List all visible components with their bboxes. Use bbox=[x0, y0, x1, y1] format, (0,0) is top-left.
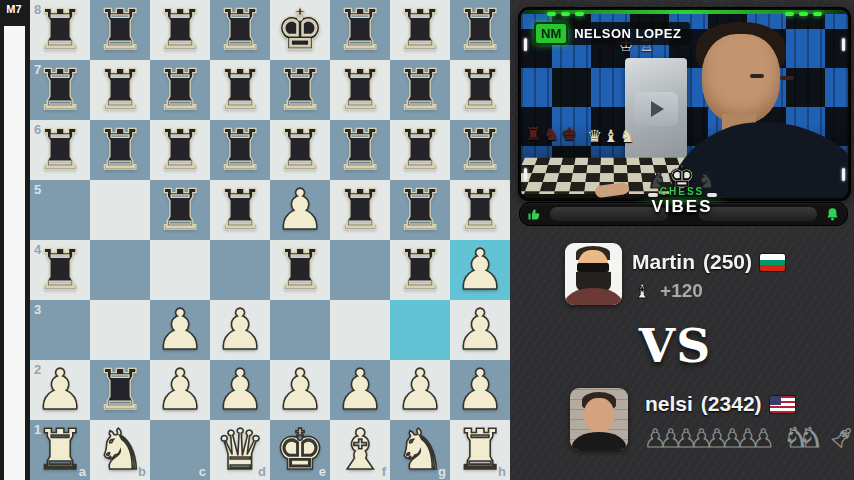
black-rook-a8[interactable]: ♜ bbox=[35, 2, 85, 58]
white-pawn-h4[interactable]: ♟ bbox=[455, 242, 505, 298]
square-e5[interactable]: ♟ bbox=[270, 180, 330, 240]
black-rook-h5[interactable]: ♜ bbox=[455, 182, 505, 238]
streamer-face bbox=[702, 34, 780, 124]
player-top-name: Martin bbox=[632, 250, 695, 274]
rank-label-8: 8 bbox=[34, 3, 41, 16]
square-d8[interactable]: ♜ bbox=[210, 0, 270, 60]
white-pawn-d2[interactable]: ♟ bbox=[215, 362, 265, 418]
avatar-martin bbox=[565, 243, 622, 305]
square-h4[interactable]: ♟ bbox=[450, 240, 510, 300]
square-h2[interactable]: ♟ bbox=[450, 360, 510, 420]
green-dash-icon bbox=[799, 12, 808, 16]
white-pawn-c3[interactable]: ♟ bbox=[155, 302, 205, 358]
player-top-name-row: Martin (250) bbox=[632, 250, 785, 274]
app: M7 8♜♜♜♜♚♜♜♜7♜♜♜♜♜♜♜♜6♜♜♜♜♜♜♜♜5♜♜♟♜♜♜4♜♜… bbox=[0, 0, 854, 480]
square-a2[interactable]: 2♟ bbox=[30, 360, 90, 420]
square-d5[interactable]: ♜ bbox=[210, 180, 270, 240]
file-label-e: e bbox=[319, 465, 326, 478]
black-rook-d6[interactable]: ♜ bbox=[215, 122, 265, 178]
black-rook-e6[interactable]: ♜ bbox=[275, 122, 325, 178]
logo-text-chess: CHESS bbox=[510, 187, 854, 197]
rank-label-5: 5 bbox=[34, 183, 41, 196]
black-rook-b2[interactable]: ♜ bbox=[95, 362, 145, 418]
square-f6[interactable]: ♜ bbox=[330, 120, 390, 180]
square-f4[interactable] bbox=[330, 240, 390, 300]
rank-label-1: 1 bbox=[34, 423, 41, 436]
captured-bishop-group: ♝ bbox=[830, 425, 853, 451]
chess-vibes-logo: ♞ ♚ ♞ CHESS VIBES bbox=[510, 160, 854, 215]
streamer-name: NELSON LOPEZ bbox=[565, 22, 690, 45]
player-top-material-row: ♝ +120 bbox=[634, 280, 703, 302]
file-label-f: f bbox=[382, 465, 386, 478]
black-rook-g6[interactable]: ♜ bbox=[395, 122, 445, 178]
square-c6[interactable]: ♜ bbox=[150, 120, 210, 180]
captured-pieces: ♟♟♟♟♟♟♟♟♞♞♝ bbox=[644, 424, 853, 451]
youtube-play-button-plaque bbox=[625, 58, 687, 164]
square-d7[interactable]: ♜ bbox=[210, 60, 270, 120]
black-rook-f6[interactable]: ♜ bbox=[335, 122, 385, 178]
black-rook-d5[interactable]: ♜ bbox=[215, 182, 265, 238]
file-label-d: d bbox=[258, 465, 266, 478]
square-e3[interactable] bbox=[270, 300, 330, 360]
square-b4[interactable] bbox=[90, 240, 150, 300]
square-a7[interactable]: 7♜ bbox=[30, 60, 90, 120]
chess-board[interactable]: 8♜♜♜♜♚♜♜♜7♜♜♜♜♜♜♜♜6♜♜♜♜♜♜♜♜5♜♜♟♜♜♜4♜♜♜♟3… bbox=[30, 0, 510, 480]
white-pawn-e2[interactable]: ♟ bbox=[275, 362, 325, 418]
square-g8[interactable]: ♜ bbox=[390, 0, 450, 60]
rank-label-4: 4 bbox=[34, 243, 41, 256]
white-pawn-h2[interactable]: ♟ bbox=[455, 362, 505, 418]
square-h8[interactable]: ♜ bbox=[450, 0, 510, 60]
square-a6[interactable]: 6♜ bbox=[30, 120, 90, 180]
white-pawn-h3[interactable]: ♟ bbox=[455, 302, 505, 358]
stream-panel: ♔♖ ♜♞♚ ♛♝♞ bbox=[510, 0, 854, 480]
black-rook-h8[interactable]: ♜ bbox=[455, 2, 505, 58]
square-h5[interactable]: ♜ bbox=[450, 180, 510, 240]
square-d4[interactable] bbox=[210, 240, 270, 300]
bulgaria-flag-icon bbox=[760, 254, 785, 271]
square-g4[interactable]: ♜ bbox=[390, 240, 450, 300]
black-rook-d8[interactable]: ♜ bbox=[215, 2, 265, 58]
square-e4[interactable]: ♜ bbox=[270, 240, 330, 300]
square-f7[interactable]: ♜ bbox=[330, 60, 390, 120]
vs-label: VS bbox=[510, 318, 840, 373]
sunglasses-icon bbox=[577, 263, 609, 272]
black-rook-g4[interactable]: ♜ bbox=[395, 242, 445, 298]
square-f2[interactable]: ♟ bbox=[330, 360, 390, 420]
square-e7[interactable]: ♜ bbox=[270, 60, 330, 120]
black-king-e8[interactable]: ♚ bbox=[275, 2, 325, 58]
black-rook-f7[interactable]: ♜ bbox=[335, 62, 385, 118]
square-e8[interactable]: ♚ bbox=[270, 0, 330, 60]
black-rook-c6[interactable]: ♜ bbox=[155, 122, 205, 178]
square-e1[interactable]: e♚ bbox=[270, 420, 330, 480]
black-rook-c5[interactable]: ♜ bbox=[155, 182, 205, 238]
square-a4[interactable]: 4♜ bbox=[30, 240, 90, 300]
square-h1[interactable]: h♜ bbox=[450, 420, 510, 480]
green-dash-icon bbox=[547, 12, 556, 16]
eval-bar: M7 bbox=[0, 0, 30, 480]
square-a1[interactable]: 1a♜ bbox=[30, 420, 90, 480]
black-rook-b6[interactable]: ♜ bbox=[95, 122, 145, 178]
square-g7[interactable]: ♜ bbox=[390, 60, 450, 120]
nm-title-badge: NM bbox=[534, 22, 568, 45]
black-rook-c7[interactable]: ♜ bbox=[155, 62, 205, 118]
white-king-e1[interactable]: ♚ bbox=[275, 422, 325, 478]
square-f3[interactable] bbox=[330, 300, 390, 360]
green-dash-icon bbox=[561, 12, 570, 16]
square-c5[interactable]: ♜ bbox=[150, 180, 210, 240]
white-pawn-f2[interactable]: ♟ bbox=[335, 362, 385, 418]
green-dash-icon bbox=[575, 12, 584, 16]
black-rook-h7[interactable]: ♜ bbox=[455, 62, 505, 118]
frame-tick-icon bbox=[842, 38, 845, 51]
captured-pawn-icon: ♟ bbox=[752, 426, 774, 451]
square-c8[interactable]: ♜ bbox=[150, 0, 210, 60]
file-label-g: g bbox=[438, 465, 446, 478]
square-a5[interactable]: 5 bbox=[30, 180, 90, 240]
white-pawn-c2[interactable]: ♟ bbox=[155, 362, 205, 418]
logo-text-vibes: VIBES bbox=[510, 198, 854, 215]
black-rook-f8[interactable]: ♜ bbox=[335, 2, 385, 58]
usa-flag-icon bbox=[770, 396, 795, 413]
streamer-eyes bbox=[750, 74, 764, 78]
square-c4[interactable] bbox=[150, 240, 210, 300]
black-rook-e4[interactable]: ♜ bbox=[275, 242, 325, 298]
square-h3[interactable]: ♟ bbox=[450, 300, 510, 360]
black-rook-c8[interactable]: ♜ bbox=[155, 2, 205, 58]
square-c1[interactable]: c bbox=[150, 420, 210, 480]
square-f1[interactable]: f♝ bbox=[330, 420, 390, 480]
square-a8[interactable]: 8♜ bbox=[30, 0, 90, 60]
file-label-b: b bbox=[138, 465, 146, 478]
white-pawn-a2[interactable]: ♟ bbox=[35, 362, 85, 418]
black-rook-d7[interactable]: ♜ bbox=[215, 62, 265, 118]
black-rook-b7[interactable]: ♜ bbox=[95, 62, 145, 118]
bishop-icon: ♝ bbox=[634, 282, 651, 301]
square-f5[interactable]: ♜ bbox=[330, 180, 390, 240]
eval-label: M7 bbox=[0, 3, 28, 15]
captured-bishop-icon: ♝ bbox=[825, 419, 854, 454]
black-rook-a6[interactable]: ♜ bbox=[35, 122, 85, 178]
black-rook-b8[interactable]: ♜ bbox=[95, 2, 145, 58]
player-top-rating: (250) bbox=[703, 250, 752, 274]
rank-label-2: 2 bbox=[34, 363, 41, 376]
avatar-face bbox=[584, 398, 614, 432]
physical-light-pieces: ♛♝♞ bbox=[587, 126, 636, 146]
white-rook-a1[interactable]: ♜ bbox=[35, 422, 85, 478]
square-g3[interactable] bbox=[390, 300, 450, 360]
file-label-h: h bbox=[498, 465, 506, 478]
file-label-c: c bbox=[199, 465, 206, 478]
play-triangle-icon bbox=[651, 101, 664, 117]
square-d6[interactable]: ♜ bbox=[210, 120, 270, 180]
knight-icon: ♞ bbox=[647, 170, 667, 192]
play-button-icon bbox=[634, 92, 678, 126]
black-rook-g7[interactable]: ♜ bbox=[395, 62, 445, 118]
square-b2[interactable]: ♜ bbox=[90, 360, 150, 420]
frame-tick-icon bbox=[524, 38, 527, 51]
square-e2[interactable]: ♟ bbox=[270, 360, 330, 420]
square-e6[interactable]: ♜ bbox=[270, 120, 330, 180]
square-g6[interactable]: ♜ bbox=[390, 120, 450, 180]
eval-bar-white-fill bbox=[4, 26, 25, 480]
black-rook-g5[interactable]: ♜ bbox=[395, 182, 445, 238]
square-c3[interactable]: ♟ bbox=[150, 300, 210, 360]
black-rook-a7[interactable]: ♜ bbox=[35, 62, 85, 118]
streamer-title-row: NM NELSON LOPEZ bbox=[534, 22, 690, 45]
captured-pawn-group: ♟♟♟♟♟♟♟♟ bbox=[644, 426, 767, 451]
square-f8[interactable]: ♜ bbox=[330, 0, 390, 60]
square-b1[interactable]: b♞ bbox=[90, 420, 150, 480]
avatar-jacket bbox=[565, 288, 622, 305]
captured-knight-group: ♞♞ bbox=[783, 424, 813, 451]
square-c7[interactable]: ♜ bbox=[150, 60, 210, 120]
square-a3[interactable]: 3 bbox=[30, 300, 90, 360]
white-pawn-g2[interactable]: ♟ bbox=[395, 362, 445, 418]
square-g5[interactable]: ♜ bbox=[390, 180, 450, 240]
player-bottom-rating: (2342) bbox=[701, 392, 762, 416]
black-rook-g8[interactable]: ♜ bbox=[395, 2, 445, 58]
square-c2[interactable]: ♟ bbox=[150, 360, 210, 420]
white-pawn-d3[interactable]: ♟ bbox=[215, 302, 265, 358]
rank-label-3: 3 bbox=[34, 303, 41, 316]
square-d3[interactable]: ♟ bbox=[210, 300, 270, 360]
rank-label-7: 7 bbox=[34, 63, 41, 76]
square-h7[interactable]: ♜ bbox=[450, 60, 510, 120]
rank-label-6: 6 bbox=[34, 123, 41, 136]
square-b5[interactable] bbox=[90, 180, 150, 240]
square-b7[interactable]: ♜ bbox=[90, 60, 150, 120]
square-h6[interactable]: ♜ bbox=[450, 120, 510, 180]
avatar-nelsi bbox=[570, 388, 628, 450]
player-bottom-name-row: nelsi (2342) bbox=[645, 392, 795, 416]
black-rook-f5[interactable]: ♜ bbox=[335, 182, 385, 238]
square-b8[interactable]: ♜ bbox=[90, 0, 150, 60]
square-b3[interactable] bbox=[90, 300, 150, 360]
green-dashes-right bbox=[785, 12, 822, 16]
square-d1[interactable]: d♛ bbox=[210, 420, 270, 480]
square-g1[interactable]: g♞ bbox=[390, 420, 450, 480]
player-bottom-name: nelsi bbox=[645, 392, 693, 416]
green-dashes-left bbox=[547, 12, 584, 16]
white-pawn-e5[interactable]: ♟ bbox=[275, 182, 325, 238]
material-score: +120 bbox=[660, 280, 703, 302]
green-dash-icon bbox=[785, 12, 794, 16]
square-d2[interactable]: ♟ bbox=[210, 360, 270, 420]
black-rook-e7[interactable]: ♜ bbox=[275, 62, 325, 118]
square-b6[interactable]: ♜ bbox=[90, 120, 150, 180]
square-g2[interactable]: ♟ bbox=[390, 360, 450, 420]
physical-dark-pieces: ♜♞♚ bbox=[525, 123, 579, 144]
file-label-a: a bbox=[79, 465, 86, 478]
black-rook-h6[interactable]: ♜ bbox=[455, 122, 505, 178]
captured-knight-icon: ♞ bbox=[799, 424, 823, 451]
black-rook-a4[interactable]: ♜ bbox=[35, 242, 85, 298]
white-bishop-f1[interactable]: ♝ bbox=[335, 422, 385, 478]
green-dash-icon bbox=[813, 12, 822, 16]
